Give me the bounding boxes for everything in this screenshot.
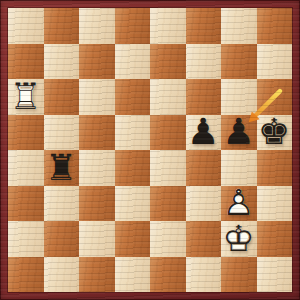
square-a7[interactable] [8, 44, 44, 80]
square-g1[interactable] [221, 257, 257, 293]
square-a3[interactable] [8, 186, 44, 222]
square-f2[interactable] [186, 221, 222, 257]
square-f1[interactable] [186, 257, 222, 293]
square-b6[interactable] [44, 79, 80, 115]
square-c5[interactable] [79, 115, 115, 151]
square-f5[interactable]: ♟ [186, 115, 222, 151]
square-d3[interactable] [115, 186, 151, 222]
square-f8[interactable] [186, 8, 222, 44]
black-pawn[interactable]: ♟ [186, 115, 222, 151]
square-c7[interactable] [79, 44, 115, 80]
piece-glyph-outline: ♖ [8, 79, 44, 115]
square-h4[interactable] [257, 150, 293, 186]
square-h5[interactable]: ♚ [257, 115, 293, 151]
square-c1[interactable] [79, 257, 115, 293]
square-d4[interactable] [115, 150, 151, 186]
board-frame: ♜♖♟♟♚♜♟♙♚♔ [0, 0, 300, 300]
square-e5[interactable] [150, 115, 186, 151]
piece-glyph-outline: ♔ [221, 221, 257, 257]
white-king[interactable]: ♚♔ [221, 221, 257, 257]
square-a6[interactable]: ♜♖ [8, 79, 44, 115]
square-b1[interactable] [44, 257, 80, 293]
square-b3[interactable] [44, 186, 80, 222]
square-c8[interactable] [79, 8, 115, 44]
square-f7[interactable] [186, 44, 222, 80]
square-h1[interactable] [257, 257, 293, 293]
square-e3[interactable] [150, 186, 186, 222]
square-e2[interactable] [150, 221, 186, 257]
square-e8[interactable] [150, 8, 186, 44]
square-d1[interactable] [115, 257, 151, 293]
square-g4[interactable] [221, 150, 257, 186]
square-b5[interactable] [44, 115, 80, 151]
square-e1[interactable] [150, 257, 186, 293]
square-e7[interactable] [150, 44, 186, 80]
white-rook[interactable]: ♜♖ [8, 79, 44, 115]
square-d8[interactable] [115, 8, 151, 44]
square-b4[interactable]: ♜ [44, 150, 80, 186]
square-a2[interactable] [8, 221, 44, 257]
square-h8[interactable] [257, 8, 293, 44]
piece-glyph-outline: ♙ [221, 186, 257, 222]
square-h2[interactable] [257, 221, 293, 257]
square-h6[interactable] [257, 79, 293, 115]
square-c2[interactable] [79, 221, 115, 257]
square-c4[interactable] [79, 150, 115, 186]
square-h3[interactable] [257, 186, 293, 222]
square-d5[interactable] [115, 115, 151, 151]
square-f6[interactable] [186, 79, 222, 115]
square-e4[interactable] [150, 150, 186, 186]
square-g3[interactable]: ♟♙ [221, 186, 257, 222]
square-d7[interactable] [115, 44, 151, 80]
square-e6[interactable] [150, 79, 186, 115]
square-a5[interactable] [8, 115, 44, 151]
black-rook[interactable]: ♜ [44, 150, 80, 186]
square-g8[interactable] [221, 8, 257, 44]
square-c3[interactable] [79, 186, 115, 222]
square-b7[interactable] [44, 44, 80, 80]
chess-board: ♜♖♟♟♚♜♟♙♚♔ [8, 8, 292, 292]
black-pawn[interactable]: ♟ [221, 115, 257, 151]
square-f3[interactable] [186, 186, 222, 222]
square-f4[interactable] [186, 150, 222, 186]
square-a4[interactable] [8, 150, 44, 186]
square-g7[interactable] [221, 44, 257, 80]
piece-glyph: ♟ [221, 115, 257, 151]
square-h7[interactable] [257, 44, 293, 80]
square-g5[interactable]: ♟ [221, 115, 257, 151]
square-b8[interactable] [44, 8, 80, 44]
square-c6[interactable] [79, 79, 115, 115]
square-d2[interactable] [115, 221, 151, 257]
piece-glyph: ♟ [186, 115, 222, 151]
square-b2[interactable] [44, 221, 80, 257]
square-g2[interactable]: ♚♔ [221, 221, 257, 257]
black-king[interactable]: ♚ [257, 115, 293, 151]
square-a1[interactable] [8, 257, 44, 293]
square-d6[interactable] [115, 79, 151, 115]
white-pawn[interactable]: ♟♙ [221, 186, 257, 222]
piece-glyph: ♜ [44, 150, 80, 186]
square-g6[interactable] [221, 79, 257, 115]
board-area: ♜♖♟♟♚♜♟♙♚♔ [8, 8, 292, 292]
piece-glyph: ♚ [257, 115, 293, 151]
square-a8[interactable] [8, 8, 44, 44]
